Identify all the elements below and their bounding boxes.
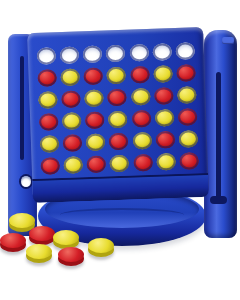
right-handle-slot bbox=[216, 72, 221, 200]
red-disc bbox=[154, 87, 174, 105]
right-handle-clip bbox=[222, 37, 234, 44]
grid-cell-r3c2[interactable] bbox=[59, 87, 83, 110]
disc-face bbox=[0, 233, 26, 248]
right-handle-notch bbox=[210, 196, 227, 204]
red-disc bbox=[108, 88, 128, 106]
yellow-disc bbox=[108, 110, 128, 128]
grid-cell-r4c5[interactable] bbox=[129, 107, 153, 130]
red-disc bbox=[85, 111, 105, 129]
disc-face bbox=[88, 238, 114, 253]
grid-cell-r2c1[interactable] bbox=[35, 66, 59, 89]
grid-cell-r1c6[interactable] bbox=[150, 40, 174, 63]
yellow-disc bbox=[38, 91, 58, 109]
yellow-disc bbox=[84, 89, 104, 107]
grid-cell-r2c2[interactable] bbox=[58, 65, 82, 88]
yellow-disc bbox=[179, 130, 199, 148]
grid-cell-r2c7[interactable] bbox=[174, 61, 198, 84]
red-disc bbox=[37, 69, 57, 87]
grid-cell-r5c4[interactable] bbox=[107, 130, 131, 153]
disc-face bbox=[26, 244, 52, 259]
grid-cell-r4c7[interactable] bbox=[176, 105, 200, 128]
red-disc bbox=[63, 134, 83, 152]
connect-four-product-photo bbox=[0, 0, 240, 300]
empty-hole bbox=[152, 43, 172, 61]
left-handle-slot bbox=[20, 56, 24, 160]
loose-disc-yellow-7[interactable] bbox=[88, 238, 114, 258]
grid-cell-r1c2[interactable] bbox=[58, 43, 82, 66]
grid-cell-r4c4[interactable] bbox=[106, 108, 130, 131]
grid-cell-r5c6[interactable] bbox=[153, 128, 177, 151]
yellow-disc bbox=[155, 109, 175, 127]
yellow-disc bbox=[132, 131, 152, 149]
yellow-disc bbox=[107, 66, 127, 84]
yellow-disc bbox=[40, 135, 60, 153]
disc-face bbox=[29, 226, 55, 241]
red-disc bbox=[130, 65, 150, 83]
red-disc bbox=[155, 131, 175, 149]
yellow-disc bbox=[156, 153, 176, 171]
grid-cell-r6c1[interactable] bbox=[38, 154, 62, 177]
grid-cell-r2c3[interactable] bbox=[82, 64, 106, 87]
grid-cell-r3c6[interactable] bbox=[152, 84, 176, 107]
yellow-disc bbox=[110, 154, 130, 172]
red-disc bbox=[41, 157, 61, 175]
grid-cell-r2c5[interactable] bbox=[128, 63, 152, 86]
empty-hole bbox=[129, 43, 149, 61]
grid-cell-r6c3[interactable] bbox=[85, 152, 109, 175]
left-handle-peg-hole bbox=[21, 176, 31, 187]
yellow-disc bbox=[64, 156, 84, 174]
disc-face bbox=[58, 247, 84, 262]
empty-hole bbox=[37, 47, 57, 65]
yellow-disc bbox=[61, 68, 81, 86]
grid-cell-r1c7[interactable] bbox=[173, 39, 197, 62]
grid-cell-r4c1[interactable] bbox=[37, 110, 61, 133]
right-handle bbox=[204, 30, 237, 238]
grid-cell-r3c5[interactable] bbox=[129, 85, 153, 108]
empty-hole bbox=[60, 46, 80, 64]
grid-cell-r2c4[interactable] bbox=[105, 64, 129, 87]
grid-cell-r6c4[interactable] bbox=[108, 152, 132, 175]
empty-hole bbox=[106, 44, 126, 62]
grid-cell-r6c7[interactable] bbox=[177, 149, 201, 172]
red-disc bbox=[133, 153, 153, 171]
yellow-disc bbox=[131, 87, 151, 105]
grid-cell-r1c1[interactable] bbox=[35, 44, 59, 67]
grid-cell-r1c3[interactable] bbox=[81, 42, 105, 65]
red-disc bbox=[109, 132, 129, 150]
loose-disc-red-6[interactable] bbox=[58, 247, 84, 267]
red-disc bbox=[131, 109, 151, 127]
loose-disc-yellow-5[interactable] bbox=[26, 244, 52, 264]
grid-cell-r3c7[interactable] bbox=[175, 83, 199, 106]
base-tray-emboss-line bbox=[60, 208, 184, 222]
red-disc bbox=[39, 113, 59, 131]
yellow-disc bbox=[86, 133, 106, 151]
grid-cell-r3c3[interactable] bbox=[82, 86, 106, 109]
red-disc bbox=[176, 64, 196, 82]
red-disc bbox=[87, 155, 107, 173]
board-frame bbox=[27, 27, 209, 201]
red-disc bbox=[61, 90, 81, 108]
grid-cell-r5c2[interactable] bbox=[61, 131, 85, 154]
grid-cell-r6c5[interactable] bbox=[131, 151, 155, 174]
grid-cell-r2c6[interactable] bbox=[151, 62, 175, 85]
empty-hole bbox=[83, 45, 103, 63]
loose-disc-red-2[interactable] bbox=[0, 233, 26, 253]
yellow-disc bbox=[177, 86, 197, 104]
grid-cell-r5c1[interactable] bbox=[38, 132, 62, 155]
yellow-disc bbox=[62, 112, 82, 130]
grid-cell-r5c5[interactable] bbox=[130, 129, 154, 152]
red-disc bbox=[84, 67, 104, 85]
red-disc bbox=[178, 108, 198, 126]
grid-cell-r3c4[interactable] bbox=[105, 86, 129, 109]
grid-cell-r6c2[interactable] bbox=[62, 153, 86, 176]
grid-cell-r3c1[interactable] bbox=[36, 88, 60, 111]
grid-cell-r4c6[interactable] bbox=[152, 106, 176, 129]
yellow-disc bbox=[153, 65, 173, 83]
grid-cell-r5c3[interactable] bbox=[84, 130, 108, 153]
grid-cell-r1c5[interactable] bbox=[127, 41, 151, 64]
loose-disc-red-3[interactable] bbox=[29, 226, 55, 246]
grid-cell-r4c2[interactable] bbox=[60, 109, 84, 132]
red-disc bbox=[179, 152, 199, 170]
grid-cell-r4c3[interactable] bbox=[83, 108, 107, 131]
grid-cell-r5c7[interactable] bbox=[176, 127, 200, 150]
board-grid bbox=[35, 39, 202, 177]
disc-face bbox=[53, 230, 79, 245]
grid-cell-r6c6[interactable] bbox=[154, 150, 178, 173]
empty-hole bbox=[175, 42, 195, 60]
grid-cell-r1c4[interactable] bbox=[104, 42, 128, 65]
